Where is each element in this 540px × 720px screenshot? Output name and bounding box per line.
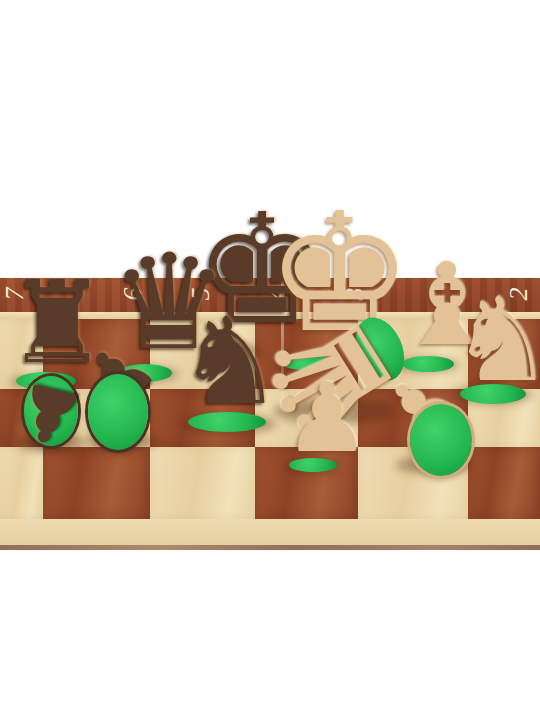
product-photo: 7 6 5 4 3 2 ♚ ♚ ♛ ♝	[0, 0, 540, 720]
light-pawn-lying[interactable]: ♟	[366, 354, 478, 480]
light-pawn-standing[interactable]: ♟	[284, 370, 342, 474]
felt-base-disc	[410, 404, 472, 476]
dark-pawn-lying-2[interactable]: ♟	[76, 336, 162, 454]
dark-knight-glyph: ♞	[174, 302, 286, 422]
pieces-layer: ♚ ♚ ♛ ♝ ♜ ♞ ♛	[0, 0, 540, 720]
dark-knight[interactable]: ♞	[174, 302, 286, 432]
felt-base-disc	[88, 374, 148, 450]
light-pawn-glyph: ♟	[284, 370, 342, 466]
